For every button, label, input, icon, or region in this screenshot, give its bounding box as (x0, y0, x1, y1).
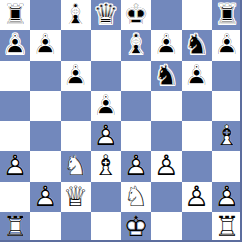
square-f3[interactable]: ♟♙ (151, 151, 181, 181)
square-f8[interactable] (151, 0, 181, 30)
square-g7[interactable]: ♞♘ (182, 30, 212, 60)
piece-black-knight[interactable]: ♞♘ (182, 30, 212, 60)
piece-white-bishop[interactable]: ♝♗ (212, 121, 242, 151)
square-h6[interactable] (212, 61, 242, 91)
piece-black-pawn[interactable]: ♟♙ (61, 61, 91, 91)
square-a8[interactable]: ♜♖ (0, 0, 30, 30)
square-c2[interactable]: ♛♕ (61, 182, 91, 212)
piece-glyph-outline: ♙ (61, 61, 91, 91)
square-f2[interactable] (151, 182, 181, 212)
piece-white-pawn[interactable]: ♟♙ (30, 182, 60, 212)
square-d2[interactable] (91, 182, 121, 212)
piece-white-pawn[interactable]: ♟♙ (212, 182, 242, 212)
square-d6[interactable] (91, 61, 121, 91)
square-e2[interactable]: ♞♘ (121, 182, 151, 212)
piece-black-bishop[interactable]: ♝♗ (61, 0, 91, 30)
square-b1[interactable] (30, 212, 60, 242)
square-d1[interactable] (91, 212, 121, 242)
square-a7[interactable]: ♟♙ (0, 30, 30, 60)
piece-black-pawn[interactable]: ♟♙ (30, 30, 60, 60)
piece-white-knight[interactable]: ♞♘ (61, 151, 91, 181)
piece-black-rook[interactable]: ♜♖ (0, 0, 30, 30)
square-a6[interactable] (0, 61, 30, 91)
piece-white-rook[interactable]: ♜♖ (0, 212, 30, 242)
piece-white-pawn[interactable]: ♟♙ (121, 151, 151, 181)
square-b2[interactable]: ♟♙ (30, 182, 60, 212)
square-c4[interactable] (61, 121, 91, 151)
square-e4[interactable] (121, 121, 151, 151)
piece-white-queen[interactable]: ♛♕ (61, 182, 91, 212)
piece-glyph-outline: ♗ (91, 151, 121, 181)
square-g4[interactable] (182, 121, 212, 151)
piece-glyph-outline: ♗ (212, 121, 242, 151)
piece-black-pawn[interactable]: ♟♙ (212, 30, 242, 60)
square-h4[interactable]: ♝♗ (212, 121, 242, 151)
square-d7[interactable] (91, 30, 121, 60)
piece-glyph-outline: ♖ (0, 0, 30, 30)
piece-glyph-outline: ♙ (30, 30, 60, 60)
piece-glyph-outline: ♙ (30, 182, 60, 212)
square-h8[interactable]: ♜♖ (212, 0, 242, 30)
square-a1[interactable]: ♜♖ (0, 212, 30, 242)
piece-white-bishop[interactable]: ♝♗ (91, 151, 121, 181)
piece-black-pawn[interactable]: ♟♙ (151, 30, 181, 60)
square-d3[interactable]: ♝♗ (91, 151, 121, 181)
piece-glyph-outline: ♙ (212, 30, 242, 60)
square-c7[interactable] (61, 30, 91, 60)
piece-black-king[interactable]: ♚♔ (121, 0, 151, 30)
piece-white-rook[interactable]: ♜♖ (212, 212, 242, 242)
piece-glyph-outline: ♕ (91, 0, 121, 30)
square-b5[interactable] (30, 91, 60, 121)
piece-black-pawn[interactable]: ♟♙ (182, 61, 212, 91)
square-c8[interactable]: ♝♗ (61, 0, 91, 30)
piece-glyph-outline: ♗ (61, 0, 91, 30)
square-e7[interactable]: ♝♗ (121, 30, 151, 60)
piece-glyph-outline: ♘ (121, 182, 151, 212)
piece-black-pawn[interactable]: ♟♙ (91, 91, 121, 121)
square-b3[interactable] (30, 151, 60, 181)
piece-glyph-outline: ♖ (0, 212, 30, 242)
piece-glyph-outline: ♙ (0, 151, 30, 181)
piece-glyph-outline: ♘ (182, 30, 212, 60)
square-e3[interactable]: ♟♙ (121, 151, 151, 181)
square-e8[interactable]: ♚♔ (121, 0, 151, 30)
square-f6[interactable]: ♞♘ (151, 61, 181, 91)
square-b7[interactable]: ♟♙ (30, 30, 60, 60)
piece-black-pawn[interactable]: ♟♙ (0, 30, 30, 60)
square-g5[interactable] (182, 91, 212, 121)
square-h7[interactable]: ♟♙ (212, 30, 242, 60)
piece-black-rook[interactable]: ♜♖ (212, 0, 242, 30)
square-d5[interactable]: ♟♙ (91, 91, 121, 121)
piece-glyph-outline: ♘ (61, 151, 91, 181)
piece-glyph-outline: ♙ (0, 30, 30, 60)
piece-black-queen[interactable]: ♛♕ (91, 0, 121, 30)
square-g2[interactable]: ♟♙ (182, 182, 212, 212)
square-c5[interactable] (61, 91, 91, 121)
square-a2[interactable] (0, 182, 30, 212)
piece-white-pawn[interactable]: ♟♙ (182, 182, 212, 212)
chess-board: ♜♖♝♗♛♕♚♔♜♖♟♙♟♙♝♗♟♙♞♘♟♙♟♙♞♘♟♙♟♙♟♙♝♗♟♙♞♘♝♗… (0, 0, 242, 242)
square-a4[interactable] (0, 121, 30, 151)
square-f7[interactable]: ♟♙ (151, 30, 181, 60)
square-a3[interactable]: ♟♙ (0, 151, 30, 181)
square-g8[interactable] (182, 0, 212, 30)
piece-white-king[interactable]: ♚♔ (121, 212, 151, 242)
piece-glyph-outline: ♔ (121, 212, 151, 242)
piece-black-knight[interactable]: ♞♘ (151, 61, 181, 91)
square-h1[interactable]: ♜♖ (212, 212, 242, 242)
square-h3[interactable] (212, 151, 242, 181)
square-g3[interactable] (182, 151, 212, 181)
piece-glyph-outline: ♙ (151, 151, 181, 181)
piece-black-bishop[interactable]: ♝♗ (121, 30, 151, 60)
piece-glyph-outline: ♙ (91, 121, 121, 151)
piece-glyph-outline: ♙ (121, 151, 151, 181)
piece-glyph-outline: ♕ (61, 182, 91, 212)
piece-white-knight[interactable]: ♞♘ (121, 182, 151, 212)
piece-glyph-outline: ♙ (212, 182, 242, 212)
square-f4[interactable] (151, 121, 181, 151)
square-c6[interactable]: ♟♙ (61, 61, 91, 91)
square-b8[interactable] (30, 0, 60, 30)
square-b4[interactable] (30, 121, 60, 151)
piece-glyph-outline: ♔ (121, 0, 151, 30)
square-f5[interactable] (151, 91, 181, 121)
square-d8[interactable]: ♛♕ (91, 0, 121, 30)
piece-glyph-outline: ♙ (182, 182, 212, 212)
square-a5[interactable] (0, 91, 30, 121)
square-d4[interactable]: ♟♙ (91, 121, 121, 151)
piece-glyph-outline: ♙ (182, 61, 212, 91)
piece-glyph-outline: ♙ (91, 91, 121, 121)
square-e1[interactable]: ♚♔ (121, 212, 151, 242)
square-b6[interactable] (30, 61, 60, 91)
piece-glyph-outline: ♘ (151, 61, 181, 91)
piece-glyph-outline: ♗ (121, 30, 151, 60)
piece-glyph-outline: ♖ (212, 212, 242, 242)
piece-white-pawn[interactable]: ♟♙ (0, 151, 30, 181)
square-h2[interactable]: ♟♙ (212, 182, 242, 212)
square-c3[interactable]: ♞♘ (61, 151, 91, 181)
square-c1[interactable] (61, 212, 91, 242)
square-e6[interactable] (121, 61, 151, 91)
square-g1[interactable] (182, 212, 212, 242)
square-e5[interactable] (121, 91, 151, 121)
square-h5[interactable] (212, 91, 242, 121)
piece-glyph-outline: ♙ (151, 30, 181, 60)
square-f1[interactable] (151, 212, 181, 242)
piece-glyph-outline: ♖ (212, 0, 242, 30)
piece-white-pawn[interactable]: ♟♙ (151, 151, 181, 181)
piece-white-pawn[interactable]: ♟♙ (91, 121, 121, 151)
square-g6[interactable]: ♟♙ (182, 61, 212, 91)
